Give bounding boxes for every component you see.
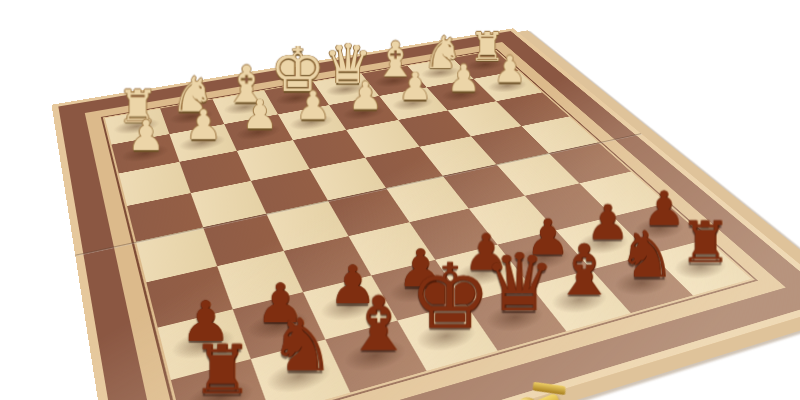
clasp-hook-icon (533, 382, 566, 395)
product-photo-scene: ♜♞♝♚♛♝♞♜♟♟♟♟♟♟♟♟♟♟♟♟♟♟♟♟♜♞♝♚♛♝♞♜ (0, 0, 800, 400)
board-3d-wrapper: ♜♞♝♚♛♝♞♜♟♟♟♟♟♟♟♟♟♟♟♟♟♟♟♟♜♞♝♚♛♝♞♜ (52, 28, 800, 400)
black-rook-glyph: ♜ (127, 337, 317, 400)
clasp-knob-icon (517, 396, 539, 400)
chess-box-board: ♜♞♝♚♛♝♞♜♟♟♟♟♟♟♟♟♟♟♟♟♟♟♟♟♜♞♝♚♛♝♞♜ (52, 28, 800, 400)
white-pawn-glyph: ♟ (79, 115, 212, 157)
